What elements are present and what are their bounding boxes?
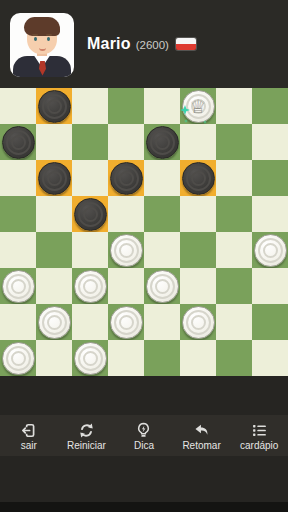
restart-icon: [78, 422, 95, 439]
square-r4c4[interactable]: [144, 232, 180, 268]
white-man-piece[interactable]: [74, 270, 107, 303]
black-man-piece[interactable]: [74, 198, 107, 231]
square-r0c0[interactable]: [0, 88, 36, 124]
player-name: Mario: [87, 35, 131, 53]
avatar-brow: [46, 34, 52, 36]
square-r1c0[interactable]: [0, 124, 36, 160]
square-r7c1[interactable]: [36, 340, 72, 376]
square-r4c6[interactable]: [216, 232, 252, 268]
square-r1c2[interactable]: [72, 124, 108, 160]
square-r6c4[interactable]: [144, 304, 180, 340]
square-r5c5[interactable]: [180, 268, 216, 304]
square-r5c3[interactable]: [108, 268, 144, 304]
exit-label: sair: [21, 440, 37, 451]
square-r3c2[interactable]: [72, 196, 108, 232]
square-r7c2[interactable]: [72, 340, 108, 376]
menu-button[interactable]: cardápio: [230, 415, 288, 456]
square-r3c6[interactable]: [216, 196, 252, 232]
player-bar: Mario (2600): [0, 0, 288, 88]
avatar-eye: [34, 37, 37, 41]
square-r7c3[interactable]: [108, 340, 144, 376]
square-r0c6[interactable]: [216, 88, 252, 124]
white-man-piece[interactable]: [74, 342, 107, 375]
undo-button[interactable]: Retomar: [173, 415, 231, 456]
avatar-hair: [24, 17, 60, 36]
square-r7c0[interactable]: [0, 340, 36, 376]
app-screen: Mario (2600) ♕ sair Reiniciar: [0, 0, 288, 512]
square-r5c1[interactable]: [36, 268, 72, 304]
square-r6c7[interactable]: [252, 304, 288, 340]
black-man-piece[interactable]: [182, 162, 215, 195]
square-r1c6[interactable]: [216, 124, 252, 160]
square-r2c1[interactable]: [36, 160, 72, 196]
square-r4c0[interactable]: [0, 232, 36, 268]
square-r5c4[interactable]: [144, 268, 180, 304]
black-man-piece[interactable]: [38, 162, 71, 195]
square-r2c6[interactable]: [216, 160, 252, 196]
white-man-piece[interactable]: [110, 306, 143, 339]
white-man-piece[interactable]: [2, 270, 35, 303]
square-r3c5[interactable]: [180, 196, 216, 232]
square-r0c3[interactable]: [108, 88, 144, 124]
hint-bulb-icon: [135, 422, 152, 439]
square-r3c4[interactable]: [144, 196, 180, 232]
crown-icon: ♕: [183, 91, 214, 122]
square-r7c7[interactable]: [252, 340, 288, 376]
white-man-piece[interactable]: [38, 306, 71, 339]
square-r4c3[interactable]: [108, 232, 144, 268]
square-r0c1[interactable]: [36, 88, 72, 124]
square-r6c6[interactable]: [216, 304, 252, 340]
square-r6c5[interactable]: [180, 304, 216, 340]
square-r1c3[interactable]: [108, 124, 144, 160]
square-r0c5[interactable]: ♕: [180, 88, 216, 124]
poland-flag-icon: [176, 38, 196, 50]
menu-list-icon: [251, 422, 268, 439]
black-man-piece[interactable]: [2, 126, 35, 159]
square-r3c7[interactable]: [252, 196, 288, 232]
player-rating: (2600): [136, 39, 169, 51]
square-r3c3[interactable]: [108, 196, 144, 232]
square-r6c0[interactable]: [0, 304, 36, 340]
exit-button[interactable]: sair: [0, 415, 58, 456]
black-man-piece[interactable]: [38, 90, 71, 123]
undo-icon: [193, 422, 210, 439]
undo-label: Retomar: [182, 440, 220, 451]
avatar-brow: [32, 34, 38, 36]
square-r6c3[interactable]: [108, 304, 144, 340]
square-r6c1[interactable]: [36, 304, 72, 340]
square-r2c4[interactable]: [144, 160, 180, 196]
square-r7c4[interactable]: [144, 340, 180, 376]
avatar-eye: [47, 37, 50, 41]
hint-button[interactable]: Dica: [115, 415, 173, 456]
exit-icon: [20, 422, 37, 439]
square-r1c7[interactable]: [252, 124, 288, 160]
toolbar: sair Reiniciar Dica Retomar: [0, 415, 288, 456]
square-r7c6[interactable]: [216, 340, 252, 376]
square-r7c5[interactable]: [180, 340, 216, 376]
square-r4c7[interactable]: [252, 232, 288, 268]
square-r5c2[interactable]: [72, 268, 108, 304]
square-r0c7[interactable]: [252, 88, 288, 124]
square-r5c6[interactable]: [216, 268, 252, 304]
square-r4c1[interactable]: [36, 232, 72, 268]
square-r2c5[interactable]: [180, 160, 216, 196]
white-king-piece[interactable]: ♕: [182, 90, 215, 123]
black-man-piece[interactable]: [110, 162, 143, 195]
avatar-mouth: [39, 45, 46, 51]
hint-label: Dica: [134, 440, 154, 451]
avatar: [10, 13, 74, 77]
square-r1c4[interactable]: [144, 124, 180, 160]
square-r1c5[interactable]: [180, 124, 216, 160]
square-r1c1[interactable]: [36, 124, 72, 160]
white-man-piece[interactable]: [254, 234, 287, 267]
square-r0c4[interactable]: [144, 88, 180, 124]
menu-label: cardápio: [240, 440, 278, 451]
player-info: Mario (2600): [87, 35, 196, 53]
square-r2c2[interactable]: [72, 160, 108, 196]
restart-button[interactable]: Reiniciar: [58, 415, 116, 456]
black-man-piece[interactable]: [146, 126, 179, 159]
square-r4c2[interactable]: [72, 232, 108, 268]
board: ♕: [0, 88, 288, 376]
square-r2c3[interactable]: [108, 160, 144, 196]
white-man-piece[interactable]: [182, 306, 215, 339]
square-r4c5[interactable]: [180, 232, 216, 268]
square-r2c7[interactable]: [252, 160, 288, 196]
square-r5c0[interactable]: [0, 268, 36, 304]
square-r3c0[interactable]: [0, 196, 36, 232]
white-man-piece[interactable]: [146, 270, 179, 303]
restart-label: Reiniciar: [67, 440, 106, 451]
square-r0c2[interactable]: [72, 88, 108, 124]
white-man-piece[interactable]: [2, 342, 35, 375]
square-r3c1[interactable]: [36, 196, 72, 232]
white-man-piece[interactable]: [110, 234, 143, 267]
square-r5c7[interactable]: [252, 268, 288, 304]
square-r6c2[interactable]: [72, 304, 108, 340]
android-navbar: [0, 502, 288, 512]
square-r2c0[interactable]: [0, 160, 36, 196]
